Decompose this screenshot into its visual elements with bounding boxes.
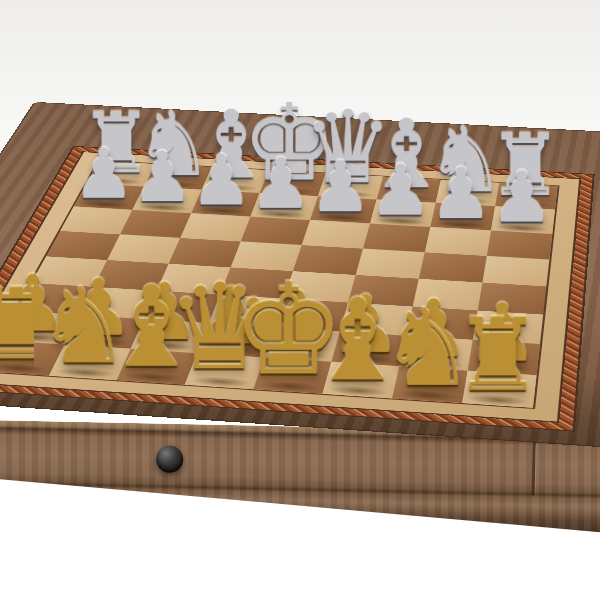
board-scene: ♜♞♝♚♛♝♞♜♟♟♟♟♟♟♟♟♟♟♟♟♟♟♟♟♜♞♝♛♚♝♞♜ bbox=[0, 0, 600, 600]
black-silver-bishop[interactable]: ♝ bbox=[189, 100, 274, 190]
square-a6[interactable] bbox=[60, 207, 132, 235]
square-b6[interactable] bbox=[120, 210, 191, 238]
square-a8[interactable]: ♜ bbox=[87, 161, 156, 187]
square-g7[interactable]: ♟ bbox=[430, 203, 495, 231]
square-h6[interactable] bbox=[487, 230, 552, 259]
mosaic-inlay-ring: ♜♞♝♚♛♝♞♜♟♟♟♟♟♟♟♟♟♟♟♟♟♟♟♟♜♞♝♛♚♝♞♜ bbox=[0, 146, 595, 432]
black-silver-bishop[interactable]: ♝ bbox=[364, 109, 450, 200]
black-silver-pawn[interactable]: ♟ bbox=[490, 163, 553, 230]
square-a7[interactable]: ♟ bbox=[74, 183, 144, 210]
black-silver-pawn[interactable]: ♟ bbox=[73, 141, 135, 207]
square-d6[interactable] bbox=[241, 217, 310, 245]
black-silver-rook[interactable]: ♜ bbox=[487, 126, 563, 206]
square-g5[interactable] bbox=[419, 252, 487, 282]
black-silver-pawn[interactable]: ♟ bbox=[249, 150, 312, 216]
square-d7[interactable]: ♟ bbox=[250, 193, 318, 220]
chess-board[interactable]: ♜♞♝♚♛♝♞♜♟♟♟♟♟♟♟♟♟♟♟♟♟♟♟♟♜♞♝♛♚♝♞♜ bbox=[0, 160, 560, 409]
square-h1[interactable]: ♜ bbox=[462, 371, 536, 408]
square-c8[interactable]: ♝ bbox=[202, 167, 269, 193]
black-silver-pawn[interactable]: ♟ bbox=[369, 157, 432, 224]
black-silver-king[interactable]: ♚ bbox=[242, 92, 337, 193]
square-e7[interactable]: ♟ bbox=[310, 196, 377, 223]
square-f6[interactable] bbox=[363, 224, 430, 253]
square-h8[interactable]: ♜ bbox=[495, 183, 557, 210]
square-b8[interactable]: ♞ bbox=[144, 164, 212, 190]
square-b7[interactable]: ♟ bbox=[132, 186, 201, 213]
square-f8[interactable]: ♝ bbox=[377, 176, 441, 202]
square-c6[interactable] bbox=[180, 213, 250, 241]
square-a5[interactable] bbox=[46, 231, 120, 260]
white-gold-rook[interactable]: ♜ bbox=[453, 308, 543, 403]
black-silver-pawn[interactable]: ♟ bbox=[190, 147, 252, 213]
square-e6[interactable] bbox=[302, 220, 370, 249]
black-silver-pawn[interactable]: ♟ bbox=[429, 160, 492, 227]
square-f7[interactable]: ♟ bbox=[370, 199, 436, 226]
black-silver-pawn[interactable]: ♟ bbox=[131, 144, 193, 210]
square-g6[interactable] bbox=[425, 227, 491, 256]
black-silver-knight[interactable]: ♞ bbox=[425, 117, 506, 203]
black-silver-knight[interactable]: ♞ bbox=[134, 102, 214, 186]
black-silver-pawn[interactable]: ♟ bbox=[309, 154, 372, 221]
square-e8[interactable]: ♛ bbox=[318, 173, 383, 199]
square-g8[interactable]: ♞ bbox=[436, 180, 499, 206]
black-silver-rook[interactable]: ♜ bbox=[79, 105, 153, 184]
walnut-table-top: ♜♞♝♚♛♝♞♜♟♟♟♟♟♟♟♟♟♟♟♟♟♟♟♟♜♞♝♛♚♝♞♜ bbox=[0, 102, 600, 451]
square-c7[interactable]: ♟ bbox=[191, 190, 259, 217]
square-h7[interactable]: ♟ bbox=[491, 206, 555, 234]
square-d8[interactable]: ♚ bbox=[260, 170, 326, 196]
maple-board-frame: ♜♞♝♚♛♝♞♜♟♟♟♟♟♟♟♟♟♟♟♟♟♟♟♟♜♞♝♛♚♝♞♜ bbox=[0, 151, 581, 422]
square-h5[interactable] bbox=[482, 256, 549, 287]
black-silver-queen[interactable]: ♛ bbox=[303, 100, 393, 196]
